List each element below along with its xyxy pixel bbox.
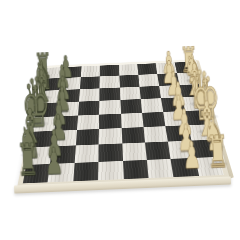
pieces-layer: ♜♞♝♛♚♝♞♜♟♟♟♟♟♟♟♟♜♞♝♛♚♝♞♜♟♟♟♟♟♟♟♟ [0,0,240,240]
piece-black-pawn-h7[interactable]: ♟ [44,142,64,180]
piece-black-rook-h8[interactable]: ♜ [16,138,40,183]
piece-white-rook-h1[interactable]: ♜ [206,130,230,175]
scene-tilt: ♜♞♝♛♚♝♞♜♟♟♟♟♟♟♟♟♜♞♝♛♚♝♞♜♟♟♟♟♟♟♟♟ [0,0,240,240]
piece-white-pawn-h2[interactable]: ♟ [182,136,202,174]
chess-set-photo: ♜♞♝♛♚♝♞♜♟♟♟♟♟♟♟♟♜♞♝♛♚♝♞♜♟♟♟♟♟♟♟♟ [0,0,240,240]
